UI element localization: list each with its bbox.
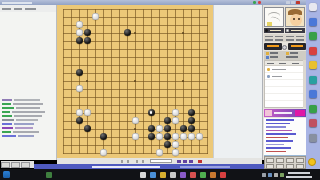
spectator-list[interactable] [264,60,306,108]
tray-icon[interactable] [280,173,284,177]
taskbar-app-icon[interactable] [210,172,216,178]
stone-white [132,117,139,124]
tray-icon[interactable] [268,173,272,177]
move-number-input[interactable] [150,159,172,163]
game-sidebar [262,5,306,160]
stone-white [76,109,83,116]
white-stone-icon [286,29,289,32]
stone-white [92,13,99,20]
taskbar-app-icon[interactable] [220,172,226,178]
chat-line [2,123,54,125]
notice-line [266,130,292,132]
stone-white [84,109,91,116]
taskbar-app-icon[interactable] [200,172,206,178]
stone-white [180,133,187,140]
chat-line [2,99,54,101]
menu-bar [0,5,56,12]
stone-white [132,133,139,140]
taskbar-app-icon[interactable] [140,172,146,178]
taskbar-app-icon[interactable] [150,172,156,178]
titlebar-status-icon-green [253,1,256,4]
black-player-namebar [264,28,284,33]
stone-black [164,125,171,132]
maximize-button[interactable] [291,1,295,5]
date-text [286,176,312,178]
stone-black [76,69,83,76]
status-text [92,166,160,168]
stone-white [76,85,83,92]
tool-button[interactable] [189,160,193,163]
bottom-right-buttons [264,156,306,169]
stone-black [76,117,83,124]
chat-line [2,135,54,137]
status-text-secondary [180,166,230,168]
notice-line [266,123,290,125]
notice-line [266,126,286,128]
menu-item[interactable] [25,8,36,10]
stone-white [172,133,179,140]
stone-black [124,29,131,36]
tray-icon[interactable] [262,173,266,177]
desktop-shortcut-icon[interactable] [309,61,317,69]
black-action-button[interactable] [264,43,282,50]
close-button[interactable] [296,1,300,5]
toolbar-button[interactable] [11,162,20,168]
hoshi-dot [182,80,184,82]
stone-black [76,37,83,44]
stone-white [156,133,163,140]
desktop-shortcut-icon[interactable] [309,105,317,113]
toolbar-button[interactable] [21,162,30,168]
desktop-shortcut-icon[interactable] [309,76,317,84]
desktop-shortcut-icon[interactable] [309,134,317,142]
stone-black [180,125,187,132]
notice-line [266,151,286,153]
tray-icon[interactable] [274,173,278,177]
white-player-name [291,30,302,32]
bottom-left-buttons [1,161,34,168]
desktop-icon-strip [306,0,320,169]
notice-line [266,147,291,149]
stone-black [164,141,171,148]
mini-button[interactable] [286,158,294,163]
list-item [265,80,305,87]
nav-first-button[interactable] [121,160,123,163]
black-player-name [270,30,281,32]
hoshi-dot [182,32,184,34]
stone-white [188,133,195,140]
list-item[interactable] [265,73,305,80]
avatar-detail [267,22,272,26]
stone-white [156,125,163,132]
side-gap-panel [213,5,262,158]
white-player-avatar[interactable] [285,7,305,27]
desktop-shortcut-icon[interactable] [309,18,317,26]
stone-black [188,125,195,132]
stone-white [100,149,107,156]
stone-black [84,125,91,132]
window-title-text [2,2,32,4]
stone-white [172,117,179,124]
stone-white [172,109,179,116]
white-action-button[interactable] [288,43,306,50]
vs-badge [282,45,287,50]
banner-text [274,112,292,114]
stone-black [188,109,195,116]
list-scrollbar[interactable] [303,60,306,108]
tab-icon[interactable] [266,56,269,59]
clock-text [288,172,310,174]
banner-button[interactable] [295,110,305,116]
sidebar-tabs [264,51,306,60]
stone-black [100,133,107,140]
tool-button[interactable] [177,160,181,163]
stone-black [84,37,91,44]
stone-black [84,29,91,36]
notice-line [266,137,288,139]
desktop-shortcut-icon[interactable] [309,3,317,11]
notice-line [266,119,294,121]
desktop-shortcut-icon[interactable] [309,47,317,55]
hoshi-dot [86,80,88,82]
last-move-marker [150,111,153,114]
banner-avatar [265,110,272,116]
black-stone-icon [265,29,268,32]
mini-button[interactable] [266,158,274,163]
taskbar-app-icon[interactable] [160,172,166,178]
player-stats [264,34,306,42]
notification-smiley-icon[interactable] [308,158,316,166]
minimize-button[interactable] [286,1,290,5]
event-banner[interactable] [264,109,306,117]
stone-black [188,117,195,124]
chat-line [2,107,54,109]
record-button[interactable] [198,160,202,163]
notice-line [266,144,284,146]
black-player-avatar[interactable] [264,7,284,27]
stone-black [164,133,171,140]
chat-line [2,119,54,121]
list-item[interactable] [265,66,305,73]
stone-black [148,109,155,116]
desktop-shortcut-icon[interactable] [309,32,317,40]
nav-last-button[interactable] [142,160,144,163]
chat-line [2,111,54,113]
tab-icon[interactable] [266,52,269,55]
tab-icon[interactable] [286,52,289,55]
notice-line [266,140,293,142]
taskbar-app-icon[interactable] [46,172,52,178]
menu-item[interactable] [14,8,22,10]
stone-black [164,117,171,124]
screen [0,0,320,180]
mini-button[interactable] [296,158,304,163]
menu-item[interactable] [2,8,11,10]
chat-line [2,115,54,117]
go-board[interactable] [57,5,213,158]
hoshi-dot [134,80,136,82]
chat-line [2,103,54,105]
notice-log [264,118,306,155]
notice-line [266,133,296,135]
taskbar-app-icon[interactable] [180,172,186,178]
nav-next-button[interactable] [136,160,138,163]
list-item [265,94,305,101]
titlebar-status-icon-red [258,1,261,4]
start-button[interactable] [3,171,10,178]
tool-button[interactable] [183,160,187,163]
desktop-shortcut-icon[interactable] [309,90,317,98]
taskbar-app-icon[interactable] [190,172,196,178]
stone-white [172,149,179,156]
stone-black [148,125,155,132]
stone-black [148,133,155,140]
nav-prev-button[interactable] [127,160,129,163]
stone-white [76,29,83,36]
windows-taskbar [0,169,320,180]
chat-panel [0,5,57,160]
chat-line [2,127,54,129]
list-item [265,87,305,94]
mini-button[interactable] [276,158,284,163]
stone-white [156,149,163,156]
stones-layer [59,5,211,157]
hoshi-dot [134,32,136,34]
toolbar-button[interactable] [1,162,10,168]
stone-white [76,21,83,28]
white-player-namebar [285,28,305,33]
taskbar-app-icon[interactable] [170,172,176,178]
stone-white [172,141,179,148]
desktop-shortcut-icon[interactable] [309,119,317,127]
chat-line [2,131,54,133]
hoshi-dot [134,128,136,130]
stone-white [196,133,203,140]
